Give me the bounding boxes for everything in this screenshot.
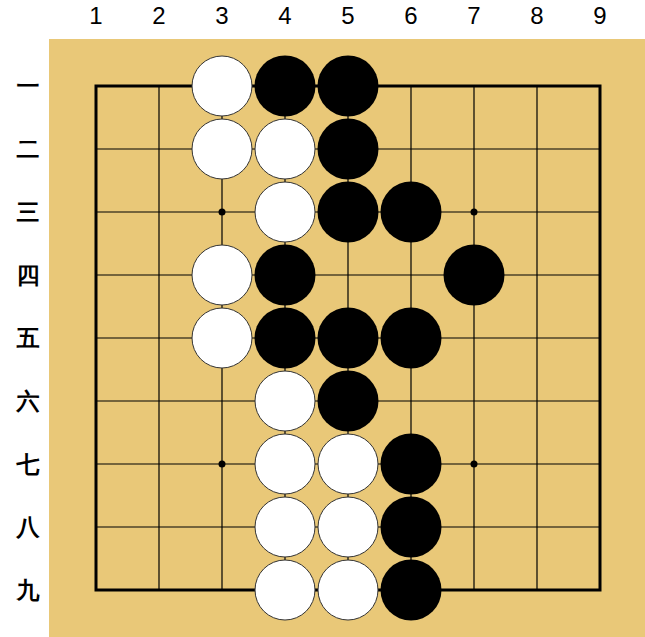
- intersection-1-6[interactable]: [65, 370, 128, 433]
- column-label-5: 5: [341, 2, 354, 30]
- row-label-8: 八: [17, 512, 40, 543]
- intersection-4-4[interactable]: [254, 244, 317, 307]
- black-stone: [318, 371, 379, 432]
- black-stone: [381, 434, 442, 495]
- intersection-6-5[interactable]: [380, 307, 443, 370]
- white-stone: [255, 371, 316, 432]
- row-label-6: 六: [17, 386, 40, 417]
- intersection-5-2[interactable]: [317, 118, 380, 181]
- intersection-9-3[interactable]: [569, 181, 632, 244]
- white-stone: [192, 245, 253, 306]
- intersection-9-5[interactable]: [569, 307, 632, 370]
- intersection-6-1[interactable]: [380, 55, 443, 118]
- intersection-6-8[interactable]: [380, 496, 443, 559]
- intersection-2-6[interactable]: [128, 370, 191, 433]
- black-stone: [318, 119, 379, 180]
- intersection-3-9[interactable]: [191, 559, 254, 622]
- intersection-9-6[interactable]: [569, 370, 632, 433]
- row-label-5: 五: [17, 323, 40, 354]
- intersection-3-5[interactable]: [191, 307, 254, 370]
- white-stone: [318, 497, 379, 558]
- column-label-3: 3: [215, 2, 228, 30]
- intersection-6-3[interactable]: [380, 181, 443, 244]
- intersection-2-3[interactable]: [128, 181, 191, 244]
- intersection-1-9[interactable]: [65, 559, 128, 622]
- black-stone: [444, 245, 505, 306]
- row-label-4: 四: [17, 260, 40, 291]
- intersection-2-4[interactable]: [128, 244, 191, 307]
- black-stone: [318, 308, 379, 369]
- intersection-1-4[interactable]: [65, 244, 128, 307]
- intersection-6-6[interactable]: [380, 370, 443, 433]
- intersection-4-8[interactable]: [254, 496, 317, 559]
- intersection-7-8[interactable]: [443, 496, 506, 559]
- intersection-7-9[interactable]: [443, 559, 506, 622]
- white-stone: [192, 56, 253, 117]
- intersection-3-2[interactable]: [191, 118, 254, 181]
- column-label-7: 7: [467, 2, 480, 30]
- intersection-8-1[interactable]: [506, 55, 569, 118]
- intersection-7-6[interactable]: [443, 370, 506, 433]
- intersection-4-6[interactable]: [254, 370, 317, 433]
- intersection-3-8[interactable]: [191, 496, 254, 559]
- white-stone: [255, 119, 316, 180]
- black-stone: [255, 245, 316, 306]
- row-label-2: 二: [17, 134, 40, 165]
- intersection-6-7[interactable]: [380, 433, 443, 496]
- intersection-8-3[interactable]: [506, 181, 569, 244]
- intersection-5-1[interactable]: [317, 55, 380, 118]
- intersection-6-4[interactable]: [380, 244, 443, 307]
- row-label-3: 三: [17, 197, 40, 228]
- intersection-9-8[interactable]: [569, 496, 632, 559]
- black-stone: [318, 182, 379, 243]
- intersection-7-7[interactable]: [443, 433, 506, 496]
- intersection-4-1[interactable]: [254, 55, 317, 118]
- intersection-4-3[interactable]: [254, 181, 317, 244]
- row-label-7: 七: [17, 449, 40, 480]
- white-stone: [255, 182, 316, 243]
- column-label-1: 1: [89, 2, 102, 30]
- intersection-8-6[interactable]: [506, 370, 569, 433]
- column-label-9: 9: [593, 2, 606, 30]
- intersection-1-8[interactable]: [65, 496, 128, 559]
- intersection-3-7[interactable]: [191, 433, 254, 496]
- black-stone: [381, 560, 442, 621]
- black-stone: [381, 497, 442, 558]
- white-stone: [255, 497, 316, 558]
- intersection-3-4[interactable]: [191, 244, 254, 307]
- black-stone: [381, 182, 442, 243]
- intersection-4-2[interactable]: [254, 118, 317, 181]
- white-stone: [255, 434, 316, 495]
- column-label-4: 4: [278, 2, 291, 30]
- black-stone: [381, 308, 442, 369]
- intersection-8-9[interactable]: [506, 559, 569, 622]
- intersection-9-1[interactable]: [569, 55, 632, 118]
- intersection-5-7[interactable]: [317, 433, 380, 496]
- row-label-1: 一: [17, 71, 40, 102]
- intersection-7-2[interactable]: [443, 118, 506, 181]
- intersection-1-7[interactable]: [65, 433, 128, 496]
- intersection-9-2[interactable]: [569, 118, 632, 181]
- intersection-7-4[interactable]: [443, 244, 506, 307]
- intersection-5-4[interactable]: [317, 244, 380, 307]
- intersection-8-4[interactable]: [506, 244, 569, 307]
- white-stone: [318, 560, 379, 621]
- intersection-1-5[interactable]: [65, 307, 128, 370]
- go-board: [65, 55, 632, 622]
- intersection-6-9[interactable]: [380, 559, 443, 622]
- intersection-9-7[interactable]: [569, 433, 632, 496]
- intersection-4-9[interactable]: [254, 559, 317, 622]
- intersection-1-1[interactable]: [65, 55, 128, 118]
- intersection-8-2[interactable]: [506, 118, 569, 181]
- intersection-2-2[interactable]: [128, 118, 191, 181]
- intersection-6-2[interactable]: [380, 118, 443, 181]
- intersection-7-5[interactable]: [443, 307, 506, 370]
- intersection-8-8[interactable]: [506, 496, 569, 559]
- intersection-7-1[interactable]: [443, 55, 506, 118]
- white-stone: [192, 308, 253, 369]
- intersection-5-6[interactable]: [317, 370, 380, 433]
- intersection-4-7[interactable]: [254, 433, 317, 496]
- intersection-8-7[interactable]: [506, 433, 569, 496]
- row-label-9: 九: [17, 575, 40, 606]
- intersection-3-3[interactable]: [191, 181, 254, 244]
- intersection-4-5[interactable]: [254, 307, 317, 370]
- intersection-8-5[interactable]: [506, 307, 569, 370]
- white-stone: [318, 434, 379, 495]
- intersection-2-7[interactable]: [128, 433, 191, 496]
- intersection-3-1[interactable]: [191, 55, 254, 118]
- column-label-8: 8: [530, 2, 543, 30]
- intersection-2-1[interactable]: [128, 55, 191, 118]
- intersection-9-4[interactable]: [569, 244, 632, 307]
- column-label-6: 6: [404, 2, 417, 30]
- intersection-1-2[interactable]: [65, 118, 128, 181]
- white-stone: [255, 560, 316, 621]
- intersection-9-9[interactable]: [569, 559, 632, 622]
- intersection-5-9[interactable]: [317, 559, 380, 622]
- intersection-5-5[interactable]: [317, 307, 380, 370]
- intersection-5-8[interactable]: [317, 496, 380, 559]
- black-stone: [318, 56, 379, 117]
- column-label-2: 2: [152, 2, 165, 30]
- black-stone: [255, 56, 316, 117]
- intersection-5-3[interactable]: [317, 181, 380, 244]
- intersection-3-6[interactable]: [191, 370, 254, 433]
- go-diagram: 123456789 一二三四五六七八九: [0, 0, 645, 637]
- intersection-2-5[interactable]: [128, 307, 191, 370]
- intersection-1-3[interactable]: [65, 181, 128, 244]
- intersection-2-9[interactable]: [128, 559, 191, 622]
- white-stone: [192, 119, 253, 180]
- black-stone: [255, 308, 316, 369]
- intersection-2-8[interactable]: [128, 496, 191, 559]
- intersection-7-3[interactable]: [443, 181, 506, 244]
